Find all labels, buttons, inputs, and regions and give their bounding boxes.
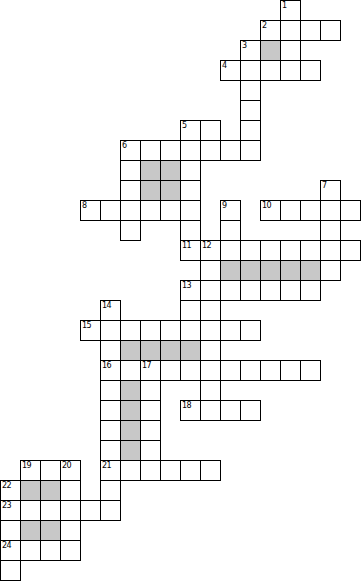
crossword-cell[interactable] [320, 200, 341, 221]
crossword-cell[interactable] [200, 320, 221, 341]
crossword-cell-shaded[interactable] [20, 480, 41, 501]
crossword-cell[interactable] [180, 360, 201, 381]
crossword-cell[interactable] [280, 40, 301, 61]
crossword-cell-shaded[interactable] [120, 380, 141, 401]
crossword-cell[interactable]: 24 [0, 540, 21, 561]
clue-number: 21 [102, 461, 111, 470]
crossword-cell[interactable] [240, 60, 261, 81]
crossword-cell[interactable] [200, 460, 221, 481]
crossword-cell[interactable] [100, 500, 121, 521]
crossword-cell[interactable] [220, 240, 241, 261]
crossword-cell[interactable] [160, 460, 181, 481]
crossword-cell[interactable]: 19 [20, 460, 41, 481]
crossword-cell[interactable] [100, 340, 121, 361]
crossword-cell[interactable] [320, 260, 341, 281]
crossword-cell-shaded[interactable] [120, 440, 141, 461]
crossword-cell-shaded[interactable] [260, 40, 281, 61]
crossword-cell[interactable] [220, 140, 241, 161]
crossword-cell[interactable]: 20 [60, 460, 81, 481]
crossword-cell[interactable] [140, 460, 161, 481]
clue-number: 14 [102, 301, 111, 310]
crossword-cell[interactable] [100, 200, 121, 221]
crossword-cell[interactable]: 6 [120, 140, 141, 161]
clue-number: 3 [242, 41, 247, 50]
crossword-cell[interactable] [120, 200, 141, 221]
crossword-cell[interactable] [300, 240, 321, 261]
crossword-cell-shaded[interactable] [160, 180, 181, 201]
crossword-cell[interactable] [180, 300, 201, 321]
crossword-cell[interactable]: 1 [280, 0, 301, 21]
crossword-cell-shaded[interactable] [260, 260, 281, 281]
crossword-cell[interactable] [140, 140, 161, 161]
crossword-cell[interactable] [160, 200, 181, 221]
crossword-cell[interactable] [140, 440, 161, 461]
crossword-cell[interactable] [100, 420, 121, 441]
crossword-cell[interactable]: 3 [240, 40, 261, 61]
crossword-cell[interactable] [200, 380, 221, 401]
clue-number: 13 [182, 281, 191, 290]
crossword-cell[interactable] [280, 200, 301, 221]
crossword-cell[interactable] [0, 560, 21, 581]
crossword-cell[interactable]: 22 [0, 480, 21, 501]
crossword-cell[interactable] [240, 320, 261, 341]
crossword-cell[interactable] [280, 60, 301, 81]
crossword-cell[interactable] [100, 480, 121, 501]
crossword-cell[interactable] [140, 200, 161, 221]
crossword-cell[interactable] [100, 400, 121, 421]
clue-number: 1 [282, 1, 287, 10]
crossword-cell[interactable] [40, 540, 61, 561]
clue-number: 22 [2, 481, 11, 490]
crossword-cell[interactable] [300, 20, 321, 41]
crossword-cell[interactable]: 17 [140, 360, 161, 381]
clue-number: 16 [102, 361, 111, 370]
crossword-cell-shaded[interactable] [20, 520, 41, 541]
clue-number: 23 [2, 501, 11, 510]
crossword-cell[interactable]: 12 [200, 240, 221, 261]
crossword-cell[interactable] [180, 220, 201, 241]
crossword-cell[interactable]: 7 [320, 180, 341, 201]
clue-number: 20 [62, 461, 71, 470]
crossword-cell[interactable] [240, 140, 261, 161]
crossword-cell[interactable]: 14 [100, 300, 121, 321]
crossword-cell[interactable] [180, 460, 201, 481]
crossword-cell-shaded[interactable] [120, 420, 141, 441]
crossword-cell[interactable]: 11 [180, 240, 201, 261]
crossword-cell[interactable] [160, 320, 181, 341]
crossword-cell[interactable] [240, 400, 261, 421]
crossword-grid: 123456789101112131415161718192021222324 [0, 0, 361, 581]
crossword-cell[interactable] [280, 360, 301, 381]
crossword-cell[interactable] [260, 240, 281, 261]
crossword-cell[interactable] [120, 180, 141, 201]
crossword-cell[interactable] [280, 280, 301, 301]
clue-number: 19 [22, 461, 31, 470]
crossword-cell[interactable] [180, 200, 201, 221]
crossword-cell[interactable] [280, 20, 301, 41]
crossword-cell[interactable] [60, 500, 81, 521]
crossword-cell[interactable] [120, 160, 141, 181]
crossword-cell-shaded[interactable] [300, 260, 321, 281]
crossword-cell-shaded[interactable] [240, 260, 261, 281]
crossword-cell[interactable] [300, 200, 321, 221]
crossword-cell[interactable] [200, 260, 221, 281]
crossword-cell[interactable] [180, 140, 201, 161]
crossword-cell[interactable] [300, 280, 321, 301]
crossword-cell[interactable] [200, 120, 221, 141]
crossword-cell[interactable]: 15 [80, 320, 101, 341]
crossword-cell[interactable]: 10 [260, 200, 281, 221]
crossword-cell[interactable] [180, 160, 201, 181]
crossword-cell[interactable] [120, 460, 141, 481]
crossword-cell-shaded[interactable] [280, 260, 301, 281]
crossword-cell[interactable]: 13 [180, 280, 201, 301]
crossword-cell[interactable] [300, 60, 321, 81]
crossword-cell[interactable] [40, 500, 61, 521]
clue-number: 15 [82, 321, 91, 330]
crossword-cell[interactable] [220, 400, 241, 421]
crossword-cell[interactable] [140, 420, 161, 441]
crossword-cell[interactable] [60, 520, 81, 541]
crossword-cell-shaded[interactable] [40, 520, 61, 541]
crossword-cell-shaded[interactable] [160, 160, 181, 181]
crossword-cell[interactable] [320, 240, 341, 261]
crossword-cell[interactable]: 5 [180, 120, 201, 141]
clue-number: 9 [222, 201, 227, 210]
crossword-cell[interactable]: 2 [260, 20, 281, 41]
clue-number: 8 [82, 201, 87, 210]
crossword-cell[interactable] [60, 540, 81, 561]
crossword-cell[interactable] [140, 400, 161, 421]
crossword-cell[interactable] [260, 60, 281, 81]
crossword-cell-shaded[interactable] [140, 180, 161, 201]
crossword-cell-shaded[interactable] [40, 480, 61, 501]
crossword-cell[interactable]: 18 [180, 400, 201, 421]
crossword-cell-shaded[interactable] [120, 400, 141, 421]
crossword-cell[interactable] [20, 540, 41, 561]
crossword-cell[interactable] [200, 140, 221, 161]
crossword-cell[interactable] [240, 100, 261, 121]
crossword-cell[interactable] [260, 280, 281, 301]
crossword-cell[interactable] [320, 20, 341, 41]
clue-number: 24 [2, 541, 11, 550]
crossword-cell[interactable] [300, 360, 321, 381]
crossword-cell[interactable]: 23 [0, 500, 21, 521]
crossword-cell[interactable] [140, 380, 161, 401]
crossword-cell[interactable] [220, 220, 241, 241]
crossword-cell[interactable] [140, 320, 161, 341]
clue-number: 4 [222, 61, 227, 70]
crossword-cell[interactable] [120, 320, 141, 341]
crossword-cell[interactable] [240, 120, 261, 141]
crossword-cell[interactable] [280, 240, 301, 261]
clue-number: 2 [262, 21, 267, 30]
crossword-cell[interactable] [100, 380, 121, 401]
crossword-cell[interactable] [260, 360, 281, 381]
crossword-cell-shaded[interactable] [140, 340, 161, 361]
crossword-cell-shaded[interactable] [160, 340, 181, 361]
crossword-cell[interactable] [220, 360, 241, 381]
crossword-cell[interactable] [340, 240, 361, 261]
crossword-cell-shaded[interactable] [180, 340, 201, 361]
crossword-cell[interactable] [0, 520, 21, 541]
clue-number: 5 [182, 121, 187, 130]
crossword-cell[interactable] [100, 440, 121, 461]
crossword-cell[interactable] [240, 280, 261, 301]
crossword-cell[interactable]: 4 [220, 60, 241, 81]
crossword-cell[interactable] [160, 140, 181, 161]
crossword-cell[interactable] [200, 360, 221, 381]
crossword-cell[interactable] [180, 180, 201, 201]
crossword-cell[interactable] [120, 220, 141, 241]
crossword-cell[interactable] [20, 500, 41, 521]
crossword-cell[interactable] [220, 280, 241, 301]
crossword-cell[interactable]: 21 [100, 460, 121, 481]
crossword-cell-shaded[interactable] [120, 340, 141, 361]
crossword-cell[interactable] [220, 320, 241, 341]
crossword-cell[interactable] [240, 240, 261, 261]
crossword-cell[interactable] [200, 300, 221, 321]
crossword-cell[interactable]: 16 [100, 360, 121, 381]
crossword-cell[interactable] [200, 340, 221, 361]
crossword-cell[interactable] [240, 360, 261, 381]
crossword-cell-shaded[interactable] [220, 260, 241, 281]
crossword-cell[interactable] [200, 400, 221, 421]
crossword-cell[interactable] [320, 220, 341, 241]
crossword-cell[interactable] [60, 480, 81, 501]
crossword-cell[interactable]: 9 [220, 200, 241, 221]
crossword-cell[interactable] [40, 460, 61, 481]
crossword-cell[interactable] [180, 320, 201, 341]
clue-number: 11 [182, 241, 191, 250]
crossword-cell[interactable] [100, 320, 121, 341]
crossword-cell[interactable] [80, 500, 101, 521]
crossword-cell[interactable] [120, 360, 141, 381]
clue-number: 17 [142, 361, 151, 370]
crossword-cell[interactable] [160, 360, 181, 381]
crossword-cell[interactable]: 8 [80, 200, 101, 221]
crossword-cell[interactable] [240, 80, 261, 101]
crossword-cell-shaded[interactable] [140, 160, 161, 181]
clue-number: 18 [182, 401, 191, 410]
clue-number: 7 [322, 181, 327, 190]
crossword-cell[interactable] [340, 200, 361, 221]
clue-number: 12 [202, 241, 211, 250]
crossword-cell[interactable] [200, 280, 221, 301]
clue-number: 10 [262, 201, 271, 210]
clue-number: 6 [122, 141, 127, 150]
